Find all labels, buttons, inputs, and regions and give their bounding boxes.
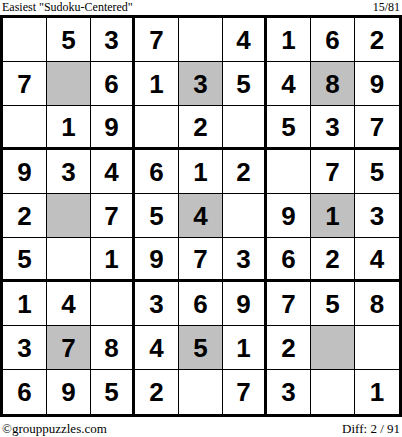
sudoku-cell-r8c1[interactable]: 3 [3, 326, 47, 370]
sudoku-cell-r2c5[interactable]: 3 [179, 62, 223, 106]
sudoku-cell-r4c1[interactable]: 9 [3, 150, 47, 194]
sudoku-cell-r4c4[interactable]: 6 [135, 150, 179, 194]
sudoku-cell-r9c8[interactable] [311, 370, 355, 414]
sudoku-cell-r3c9[interactable]: 7 [355, 106, 399, 150]
sudoku-cell-r1c6[interactable]: 4 [223, 18, 267, 62]
sudoku-cell-r9c7[interactable]: 3 [267, 370, 311, 414]
sudoku-cell-r8c7[interactable]: 2 [267, 326, 311, 370]
sudoku-cell-r4c5[interactable]: 1 [179, 150, 223, 194]
sudoku-cell-r1c7[interactable]: 1 [267, 18, 311, 62]
sudoku-cell-r8c4[interactable]: 4 [135, 326, 179, 370]
sudoku-cell-r3c8[interactable]: 3 [311, 106, 355, 150]
sudoku-cell-r9c4[interactable]: 2 [135, 370, 179, 414]
sudoku-cell-r2c7[interactable]: 4 [267, 62, 311, 106]
sudoku-cell-r3c5[interactable]: 2 [179, 106, 223, 150]
sudoku-cell-r7c7[interactable]: 7 [267, 282, 311, 326]
sudoku-cell-r2c8[interactable]: 8 [311, 62, 355, 106]
sudoku-cell-r4c6[interactable]: 2 [223, 150, 267, 194]
sudoku-board: 5374162761354891925379346127527549135197… [0, 15, 402, 417]
sudoku-cell-r9c9[interactable]: 1 [355, 370, 399, 414]
sudoku-cell-r6c8[interactable]: 2 [311, 238, 355, 282]
sudoku-cell-r9c6[interactable]: 7 [223, 370, 267, 414]
sudoku-cell-r1c5[interactable] [179, 18, 223, 62]
sudoku-cell-r5c1[interactable]: 2 [3, 194, 47, 238]
sudoku-cell-r2c6[interactable]: 5 [223, 62, 267, 106]
sudoku-cell-r4c3[interactable]: 4 [91, 150, 135, 194]
sudoku-cell-r2c1[interactable]: 7 [3, 62, 47, 106]
sudoku-cell-r3c6[interactable] [223, 106, 267, 150]
sudoku-cell-r1c3[interactable]: 3 [91, 18, 135, 62]
sudoku-cell-r4c7[interactable] [267, 150, 311, 194]
sudoku-cell-r5c5[interactable]: 4 [179, 194, 223, 238]
sudoku-cell-r8c6[interactable]: 1 [223, 326, 267, 370]
sudoku-cell-r6c1[interactable]: 5 [3, 238, 47, 282]
sudoku-cell-r6c5[interactable]: 7 [179, 238, 223, 282]
sudoku-cell-r6c7[interactable]: 6 [267, 238, 311, 282]
sudoku-cell-r7c1[interactable]: 1 [3, 282, 47, 326]
sudoku-cell-r3c4[interactable] [135, 106, 179, 150]
copyright-text: ©grouppuzzles.com [2, 421, 107, 436]
sudoku-cell-r7c2[interactable]: 4 [47, 282, 91, 326]
sudoku-cell-r8c9[interactable] [355, 326, 399, 370]
sudoku-cell-r4c8[interactable]: 7 [311, 150, 355, 194]
sudoku-cell-r6c6[interactable]: 3 [223, 238, 267, 282]
sudoku-cell-r1c2[interactable]: 5 [47, 18, 91, 62]
sudoku-cell-r2c3[interactable]: 6 [91, 62, 135, 106]
sudoku-cell-r7c8[interactable]: 5 [311, 282, 355, 326]
sudoku-cell-r7c6[interactable]: 9 [223, 282, 267, 326]
puzzle-title: Easiest "Sudoku-Centered" [2, 1, 133, 14]
sudoku-cell-r7c9[interactable]: 8 [355, 282, 399, 326]
sudoku-cell-r3c7[interactable]: 5 [267, 106, 311, 150]
sudoku-cell-r8c2[interactable]: 7 [47, 326, 91, 370]
sudoku-cell-r1c8[interactable]: 6 [311, 18, 355, 62]
sudoku-cell-r2c2[interactable] [47, 62, 91, 106]
sudoku-cell-r7c5[interactable]: 6 [179, 282, 223, 326]
sudoku-cell-r9c1[interactable]: 6 [3, 370, 47, 414]
sudoku-cell-r4c2[interactable]: 3 [47, 150, 91, 194]
sudoku-cell-r7c4[interactable]: 3 [135, 282, 179, 326]
sudoku-cell-r6c2[interactable] [47, 238, 91, 282]
sudoku-cell-r5c8[interactable]: 1 [311, 194, 355, 238]
sudoku-cell-r8c3[interactable]: 8 [91, 326, 135, 370]
sudoku-cell-r2c9[interactable]: 9 [355, 62, 399, 106]
sudoku-cell-r3c1[interactable] [3, 106, 47, 150]
sudoku-cell-r9c3[interactable]: 5 [91, 370, 135, 414]
sudoku-cell-r6c4[interactable]: 9 [135, 238, 179, 282]
empty-cell-counter: 15/81 [373, 1, 400, 14]
sudoku-cell-r1c9[interactable]: 2 [355, 18, 399, 62]
sudoku-cell-r5c2[interactable] [47, 194, 91, 238]
sudoku-cell-r5c9[interactable]: 3 [355, 194, 399, 238]
sudoku-cell-r1c4[interactable]: 7 [135, 18, 179, 62]
sudoku-cell-r9c2[interactable]: 9 [47, 370, 91, 414]
sudoku-cell-r8c5[interactable]: 5 [179, 326, 223, 370]
sudoku-cell-r5c3[interactable]: 7 [91, 194, 135, 238]
sudoku-cell-r8c8[interactable] [311, 326, 355, 370]
sudoku-cell-r3c3[interactable]: 9 [91, 106, 135, 150]
sudoku-cell-r7c3[interactable] [91, 282, 135, 326]
sudoku-cell-r5c6[interactable] [223, 194, 267, 238]
sudoku-cell-r5c7[interactable]: 9 [267, 194, 311, 238]
puzzle-page: Easiest "Sudoku-Centered" 15/81 53741627… [0, 0, 402, 437]
sudoku-cell-r3c2[interactable]: 1 [47, 106, 91, 150]
sudoku-cell-r4c9[interactable]: 5 [355, 150, 399, 194]
sudoku-cell-r2c4[interactable]: 1 [135, 62, 179, 106]
sudoku-cell-r6c9[interactable]: 4 [355, 238, 399, 282]
difficulty-text: Diff: 2 / 91 [342, 421, 400, 436]
sudoku-cell-r9c5[interactable] [179, 370, 223, 414]
header: Easiest "Sudoku-Centered" 15/81 [0, 0, 402, 15]
sudoku-cell-r1c1[interactable] [3, 18, 47, 62]
sudoku-cell-r5c4[interactable]: 5 [135, 194, 179, 238]
footer: ©grouppuzzles.com Diff: 2 / 91 [0, 417, 402, 437]
sudoku-cell-r6c3[interactable]: 1 [91, 238, 135, 282]
